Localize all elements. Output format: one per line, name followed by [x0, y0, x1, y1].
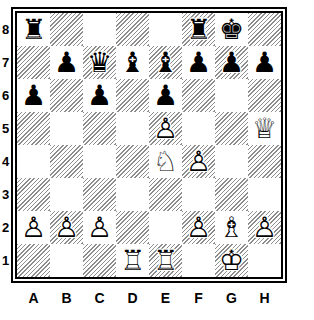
- square-e7: ♝: [149, 46, 182, 79]
- board-frame: ♜♜♚♟♛♝♝♟♟♟♟♟♟♟♙♛♕♞♘♟♙♟♙♟♙♟♙♟♙♝♗♟♙♜♖♜♖♚♔: [11, 7, 287, 283]
- piece-black-bishop: ♝: [116, 46, 149, 79]
- piece-white-rook: ♖: [149, 244, 182, 277]
- piece-white-queen: ♕: [248, 112, 281, 145]
- rank-label-4: 4: [0, 145, 11, 178]
- square-h6: [248, 79, 281, 112]
- piece-white-pawn: ♙: [248, 211, 281, 244]
- square-e5: ♟♙: [149, 112, 182, 145]
- chessboard: ♜♜♚♟♛♝♝♟♟♟♟♟♟♟♙♛♕♞♘♟♙♟♙♟♙♟♙♟♙♝♗♟♙♜♖♜♖♚♔: [15, 11, 283, 279]
- piece-black-rook: ♜: [182, 13, 215, 46]
- square-a7: [17, 46, 50, 79]
- piece-black-bishop: ♝: [149, 46, 182, 79]
- file-label-c: C: [83, 290, 116, 306]
- piece-black-pawn: ♟: [17, 79, 50, 112]
- piece-black-king: ♚: [215, 13, 248, 46]
- file-label-f: F: [182, 290, 215, 306]
- square-d8: [116, 13, 149, 46]
- square-f3: [182, 178, 215, 211]
- square-h4: [248, 145, 281, 178]
- file-label-d: D: [116, 290, 149, 306]
- square-a6: ♟: [17, 79, 50, 112]
- square-b1: [50, 244, 83, 277]
- square-f6: [182, 79, 215, 112]
- square-b8: [50, 13, 83, 46]
- piece-white-pawn: ♙: [83, 211, 116, 244]
- rank-label-3: 3: [0, 178, 11, 211]
- square-h2: ♟♙: [248, 211, 281, 244]
- file-label-h: H: [248, 290, 281, 306]
- square-h8: [248, 13, 281, 46]
- square-g4: [215, 145, 248, 178]
- square-f8: ♜: [182, 13, 215, 46]
- square-e4: ♞♘: [149, 145, 182, 178]
- file-label-a: A: [17, 290, 50, 306]
- square-c3: [83, 178, 116, 211]
- piece-white-pawn: ♙: [149, 112, 182, 145]
- piece-white-pawn: ♙: [17, 211, 50, 244]
- rank-label-7: 7: [0, 46, 11, 79]
- square-a1: [17, 244, 50, 277]
- piece-black-pawn: ♟: [215, 46, 248, 79]
- piece-white-rook: ♖: [116, 244, 149, 277]
- square-h3: [248, 178, 281, 211]
- piece-white-pawn: ♙: [182, 145, 215, 178]
- square-e3: [149, 178, 182, 211]
- piece-white-pawn: ♙: [50, 211, 83, 244]
- square-e6: ♟: [149, 79, 182, 112]
- square-a4: [17, 145, 50, 178]
- square-c7: ♛: [83, 46, 116, 79]
- rank-label-1: 1: [0, 244, 11, 277]
- square-a8: ♜: [17, 13, 50, 46]
- square-d2: [116, 211, 149, 244]
- square-g2: ♝♗: [215, 211, 248, 244]
- piece-black-pawn: ♟: [149, 79, 182, 112]
- square-c5: [83, 112, 116, 145]
- piece-white-knight: ♘: [149, 145, 182, 178]
- square-h1: [248, 244, 281, 277]
- square-f2: ♟♙: [182, 211, 215, 244]
- square-a5: [17, 112, 50, 145]
- square-a3: [17, 178, 50, 211]
- piece-white-bishop: ♗: [215, 211, 248, 244]
- square-e1: ♜♖: [149, 244, 182, 277]
- square-b2: ♟♙: [50, 211, 83, 244]
- square-d4: [116, 145, 149, 178]
- rank-label-2: 2: [0, 211, 11, 244]
- square-h5: ♛♕: [248, 112, 281, 145]
- square-b3: [50, 178, 83, 211]
- piece-black-rook: ♜: [17, 13, 50, 46]
- piece-black-pawn: ♟: [50, 46, 83, 79]
- square-c6: ♟: [83, 79, 116, 112]
- square-g1: ♚♔: [215, 244, 248, 277]
- piece-black-queen: ♛: [83, 46, 116, 79]
- rank-labels: 8 7 6 5 4 3 2 1: [0, 13, 11, 277]
- square-c2: ♟♙: [83, 211, 116, 244]
- square-f5: [182, 112, 215, 145]
- square-b7: ♟: [50, 46, 83, 79]
- square-d1: ♜♖: [116, 244, 149, 277]
- square-g5: [215, 112, 248, 145]
- square-g6: [215, 79, 248, 112]
- file-label-b: B: [50, 290, 83, 306]
- piece-white-pawn: ♙: [182, 211, 215, 244]
- square-g8: ♚: [215, 13, 248, 46]
- square-f4: ♟♙: [182, 145, 215, 178]
- square-e2: [149, 211, 182, 244]
- square-a2: ♟♙: [17, 211, 50, 244]
- piece-black-pawn: ♟: [83, 79, 116, 112]
- square-c8: [83, 13, 116, 46]
- rank-label-5: 5: [0, 112, 11, 145]
- square-g7: ♟: [215, 46, 248, 79]
- square-d7: ♝: [116, 46, 149, 79]
- square-c1: [83, 244, 116, 277]
- square-d5: [116, 112, 149, 145]
- square-g3: [215, 178, 248, 211]
- square-b5: [50, 112, 83, 145]
- square-f7: ♟: [182, 46, 215, 79]
- square-c4: [83, 145, 116, 178]
- rank-label-6: 6: [0, 79, 11, 112]
- square-f1: [182, 244, 215, 277]
- square-e8: [149, 13, 182, 46]
- file-label-e: E: [149, 290, 182, 306]
- square-h7: ♟: [248, 46, 281, 79]
- square-d6: [116, 79, 149, 112]
- square-b4: [50, 145, 83, 178]
- piece-black-pawn: ♟: [182, 46, 215, 79]
- piece-black-pawn: ♟: [248, 46, 281, 79]
- rank-label-8: 8: [0, 13, 11, 46]
- square-d3: [116, 178, 149, 211]
- chess-diagram-page: 8 7 6 5 4 3 2 1 ♜♜♚♟♛♝♝♟♟♟♟♟♟♟♙♛♕♞♘♟♙♟♙♟…: [0, 0, 314, 320]
- square-b6: [50, 79, 83, 112]
- file-labels: A B C D E F G H: [17, 290, 281, 306]
- file-label-g: G: [215, 290, 248, 306]
- piece-white-king: ♔: [215, 244, 248, 277]
